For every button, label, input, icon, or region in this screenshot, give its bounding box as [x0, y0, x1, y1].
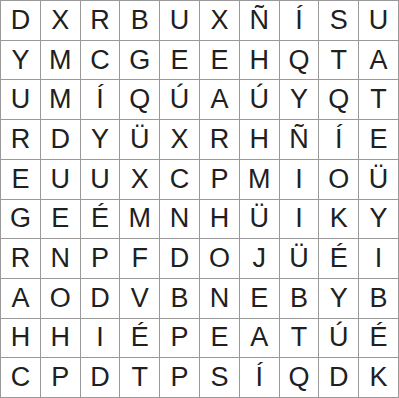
grid-cell[interactable]: Q — [319, 80, 359, 120]
grid-cell[interactable]: Y — [280, 80, 320, 120]
grid-cell[interactable]: É — [359, 319, 399, 359]
grid-cell[interactable]: Ü — [280, 239, 320, 279]
grid-cell[interactable]: Y — [319, 279, 359, 319]
grid-cell[interactable]: Y — [81, 120, 121, 160]
grid-cell[interactable]: I — [280, 160, 320, 200]
grid-cell[interactable]: R — [1, 120, 41, 160]
grid-cell[interactable]: J — [240, 239, 280, 279]
grid-cell[interactable]: Í — [240, 358, 280, 398]
grid-cell[interactable]: N — [41, 239, 81, 279]
grid-cell[interactable]: O — [41, 279, 81, 319]
grid-cell[interactable]: M — [41, 41, 81, 81]
grid-cell[interactable]: T — [120, 358, 160, 398]
grid-cell[interactable]: A — [240, 319, 280, 359]
grid-cell[interactable]: Ú — [240, 80, 280, 120]
grid-cell[interactable]: T — [319, 41, 359, 81]
grid-cell[interactable]: E — [200, 41, 240, 81]
grid-cell[interactable]: O — [200, 239, 240, 279]
grid-cell[interactable]: R — [81, 1, 121, 41]
grid-cell[interactable]: É — [120, 319, 160, 359]
grid-cell[interactable]: É — [81, 200, 121, 240]
grid-cell[interactable]: P — [160, 358, 200, 398]
grid-cell[interactable]: Q — [120, 80, 160, 120]
word-search-grid: DXRBUXÑÍSUYMCGEEHQTAUMÍQÚAÚYQTRDYÜXRHÑÍE… — [0, 0, 399, 398]
grid-cell[interactable]: Q — [280, 41, 320, 81]
grid-cell[interactable]: A — [359, 41, 399, 81]
grid-cell[interactable]: I — [359, 239, 399, 279]
grid-cell[interactable]: H — [240, 41, 280, 81]
grid-cell[interactable]: Í — [81, 80, 121, 120]
grid-cell[interactable]: X — [120, 160, 160, 200]
grid-cell[interactable]: Í — [319, 120, 359, 160]
grid-cell[interactable]: Y — [359, 200, 399, 240]
grid-cell[interactable]: D — [81, 279, 121, 319]
grid-cell[interactable]: Í — [280, 1, 320, 41]
grid-cell[interactable]: G — [120, 41, 160, 81]
grid-cell[interactable]: Ü — [240, 200, 280, 240]
grid-cell[interactable]: H — [41, 319, 81, 359]
grid-cell[interactable]: X — [41, 1, 81, 41]
grid-cell[interactable]: Q — [280, 358, 320, 398]
grid-cell[interactable]: E — [160, 41, 200, 81]
grid-cell[interactable]: E — [359, 120, 399, 160]
grid-cell[interactable]: B — [280, 279, 320, 319]
grid-cell[interactable]: I — [280, 200, 320, 240]
grid-cell[interactable]: K — [359, 358, 399, 398]
grid-cell[interactable]: P — [41, 358, 81, 398]
grid-cell[interactable]: U — [41, 160, 81, 200]
grid-cell[interactable]: A — [200, 80, 240, 120]
grid-cell[interactable]: R — [200, 120, 240, 160]
grid-cell[interactable]: E — [200, 319, 240, 359]
grid-cell[interactable]: Ñ — [240, 1, 280, 41]
grid-cell[interactable]: U — [359, 1, 399, 41]
grid-cell[interactable]: H — [1, 319, 41, 359]
grid-cell[interactable]: I — [81, 319, 121, 359]
grid-cell[interactable]: D — [160, 239, 200, 279]
grid-cell[interactable]: Ú — [319, 319, 359, 359]
grid-cell[interactable]: M — [240, 160, 280, 200]
grid-cell[interactable]: M — [120, 200, 160, 240]
grid-cell[interactable]: B — [120, 1, 160, 41]
grid-cell[interactable]: A — [1, 279, 41, 319]
grid-cell[interactable]: U — [160, 1, 200, 41]
word-search-board: DXRBUXÑÍSUYMCGEEHQTAUMÍQÚAÚYQTRDYÜXRHÑÍE… — [0, 0, 399, 398]
grid-cell[interactable]: Ü — [359, 160, 399, 200]
grid-cell[interactable]: H — [240, 120, 280, 160]
grid-cell[interactable]: S — [200, 358, 240, 398]
grid-cell[interactable]: N — [160, 200, 200, 240]
grid-cell[interactable]: E — [41, 200, 81, 240]
grid-cell[interactable]: T — [359, 80, 399, 120]
grid-cell[interactable]: N — [200, 279, 240, 319]
grid-cell[interactable]: C — [160, 160, 200, 200]
grid-cell[interactable]: Ñ — [280, 120, 320, 160]
grid-cell[interactable]: X — [200, 1, 240, 41]
grid-cell[interactable]: P — [160, 319, 200, 359]
grid-cell[interactable]: R — [1, 239, 41, 279]
grid-cell[interactable]: D — [319, 358, 359, 398]
grid-cell[interactable]: O — [319, 160, 359, 200]
grid-cell[interactable]: U — [1, 80, 41, 120]
grid-cell[interactable]: B — [359, 279, 399, 319]
grid-cell[interactable]: P — [81, 239, 121, 279]
grid-cell[interactable]: X — [160, 120, 200, 160]
grid-cell[interactable]: S — [319, 1, 359, 41]
grid-cell[interactable]: É — [319, 239, 359, 279]
grid-cell[interactable]: Ú — [160, 80, 200, 120]
grid-cell[interactable]: U — [81, 160, 121, 200]
grid-cell[interactable]: C — [81, 41, 121, 81]
grid-cell[interactable]: D — [41, 120, 81, 160]
grid-cell[interactable]: F — [120, 239, 160, 279]
grid-cell[interactable]: K — [319, 200, 359, 240]
grid-cell[interactable]: D — [1, 1, 41, 41]
grid-cell[interactable]: V — [120, 279, 160, 319]
grid-cell[interactable]: P — [200, 160, 240, 200]
grid-cell[interactable]: B — [160, 279, 200, 319]
grid-cell[interactable]: Ü — [120, 120, 160, 160]
grid-cell[interactable]: E — [1, 160, 41, 200]
grid-cell[interactable]: H — [200, 200, 240, 240]
grid-cell[interactable]: T — [280, 319, 320, 359]
grid-cell[interactable]: D — [81, 358, 121, 398]
grid-cell[interactable]: C — [1, 358, 41, 398]
grid-cell[interactable]: M — [41, 80, 81, 120]
grid-cell[interactable]: Y — [1, 41, 41, 81]
grid-cell[interactable]: G — [1, 200, 41, 240]
grid-cell[interactable]: E — [240, 279, 280, 319]
